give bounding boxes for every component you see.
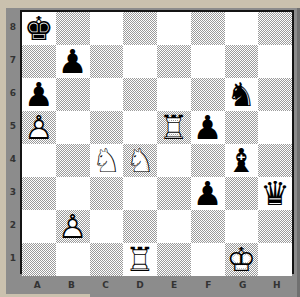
square-e6[interactable]: [157, 78, 191, 111]
chess-board: ♚♟♟♞♟♙♜♖♟♞♘♞♘♝♟♛♟♙♜♖♚♔: [22, 12, 292, 272]
piece-white-rook: ♖: [159, 111, 189, 144]
square-h7[interactable]: [258, 45, 292, 78]
chess-diagram: 87654321 ♚♟♟♞♟♙♜♖♟♞♘♞♘♝♟♛♟♙♜♖♚♔ ABCDEFGH: [0, 0, 300, 297]
square-c6[interactable]: [90, 78, 124, 111]
square-g7[interactable]: [225, 45, 259, 78]
piece-black-queen: ♛: [260, 177, 290, 210]
square-d8[interactable]: [123, 12, 157, 45]
piece-black-pawn: ♟: [193, 111, 223, 144]
square-d4[interactable]: ♞♘: [123, 144, 157, 177]
square-b4[interactable]: [56, 144, 90, 177]
square-e1[interactable]: [157, 243, 191, 276]
square-h2[interactable]: [258, 210, 292, 243]
piece-white-knight: ♘: [92, 144, 122, 177]
piece-black-king: ♚: [24, 12, 54, 45]
square-d7[interactable]: [123, 45, 157, 78]
rank-label-4: 4: [6, 142, 20, 175]
square-a7[interactable]: [22, 45, 56, 78]
rank-labels: 87654321: [6, 10, 20, 274]
square-f2[interactable]: [191, 210, 225, 243]
square-c3[interactable]: [90, 177, 124, 210]
square-g6[interactable]: ♞: [225, 78, 259, 111]
square-f5[interactable]: ♟: [191, 111, 225, 144]
square-b1[interactable]: [56, 243, 90, 276]
square-h8[interactable]: [258, 12, 292, 45]
square-d3[interactable]: [123, 177, 157, 210]
square-e3[interactable]: [157, 177, 191, 210]
square-h6[interactable]: [258, 78, 292, 111]
rank-label-3: 3: [6, 175, 20, 208]
square-h4[interactable]: [258, 144, 292, 177]
square-e2[interactable]: [157, 210, 191, 243]
piece-black-pawn: ♟: [24, 78, 54, 111]
square-h1[interactable]: [258, 243, 292, 276]
piece-black-pawn: ♟: [193, 177, 223, 210]
square-g8[interactable]: [225, 12, 259, 45]
square-a8[interactable]: ♚: [22, 12, 56, 45]
square-e4[interactable]: [157, 144, 191, 177]
piece-white-pawn: ♙: [58, 210, 88, 243]
square-f7[interactable]: [191, 45, 225, 78]
rank-label-1: 1: [6, 241, 20, 274]
square-g1[interactable]: ♚♔: [225, 243, 259, 276]
file-label-f: F: [191, 274, 225, 295]
square-b5[interactable]: [56, 111, 90, 144]
piece-black-knight: ♞: [227, 78, 257, 111]
file-label-a: A: [20, 274, 54, 295]
square-h3[interactable]: ♛: [258, 177, 292, 210]
rank-label-8: 8: [6, 10, 20, 43]
square-g5[interactable]: [225, 111, 259, 144]
square-c7[interactable]: [90, 45, 124, 78]
square-a5[interactable]: ♟♙: [22, 111, 56, 144]
square-c2[interactable]: [90, 210, 124, 243]
piece-white-knight: ♘: [125, 144, 155, 177]
piece-black-pawn: ♟: [58, 45, 88, 78]
rank-label-2: 2: [6, 208, 20, 241]
piece-white-rook: ♖: [125, 243, 155, 276]
file-label-b: B: [54, 274, 88, 295]
square-a3[interactable]: [22, 177, 56, 210]
square-d6[interactable]: [123, 78, 157, 111]
square-b7[interactable]: ♟: [56, 45, 90, 78]
square-b6[interactable]: [56, 78, 90, 111]
square-a1[interactable]: [22, 243, 56, 276]
square-d1[interactable]: ♜♖: [123, 243, 157, 276]
file-label-c: C: [89, 274, 123, 295]
square-b3[interactable]: [56, 177, 90, 210]
square-e5[interactable]: ♜♖: [157, 111, 191, 144]
square-b2[interactable]: ♟♙: [56, 210, 90, 243]
file-label-h: H: [260, 274, 294, 295]
piece-black-bishop: ♝: [227, 144, 257, 177]
square-h5[interactable]: [258, 111, 292, 144]
square-f1[interactable]: [191, 243, 225, 276]
rank-label-6: 6: [6, 76, 20, 109]
square-e8[interactable]: [157, 12, 191, 45]
frame-right-shadow: [297, 8, 300, 297]
square-f3[interactable]: ♟: [191, 177, 225, 210]
square-c8[interactable]: [90, 12, 124, 45]
square-d2[interactable]: [123, 210, 157, 243]
square-f4[interactable]: [191, 144, 225, 177]
square-c5[interactable]: [90, 111, 124, 144]
square-e7[interactable]: [157, 45, 191, 78]
square-g2[interactable]: [225, 210, 259, 243]
piece-white-king: ♔: [227, 243, 257, 276]
square-a6[interactable]: ♟: [22, 78, 56, 111]
square-d5[interactable]: [123, 111, 157, 144]
square-b8[interactable]: [56, 12, 90, 45]
square-a4[interactable]: [22, 144, 56, 177]
square-g4[interactable]: ♝: [225, 144, 259, 177]
rank-label-5: 5: [6, 109, 20, 142]
piece-white-pawn: ♙: [24, 111, 54, 144]
square-c1[interactable]: [90, 243, 124, 276]
rank-label-7: 7: [6, 43, 20, 76]
frame-top-edge: [0, 0, 300, 8]
board-frame: ♚♟♟♞♟♙♜♖♟♞♘♞♘♝♟♛♟♙♜♖♚♔: [20, 10, 294, 274]
file-label-e: E: [157, 274, 191, 295]
square-f8[interactable]: [191, 12, 225, 45]
square-a2[interactable]: [22, 210, 56, 243]
square-c4[interactable]: ♞♘: [90, 144, 124, 177]
square-g3[interactable]: [225, 177, 259, 210]
square-f6[interactable]: [191, 78, 225, 111]
